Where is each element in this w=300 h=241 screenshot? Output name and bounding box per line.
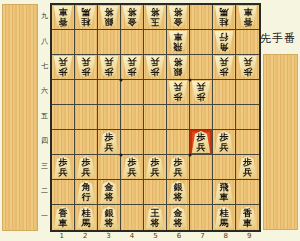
square-5七[interactable]: 歩兵 xyxy=(144,55,167,80)
rank-labels: 九八七六五四三二一 xyxy=(39,3,50,228)
piece-kanji: 歩兵 xyxy=(238,55,258,77)
square-4一[interactable] xyxy=(121,205,144,230)
square-1八[interactable] xyxy=(52,30,75,55)
square-3七[interactable]: 歩兵 xyxy=(98,55,121,80)
square-6九[interactable]: 金将 xyxy=(167,5,190,30)
square-1二[interactable] xyxy=(52,180,75,205)
piece-knight[interactable]: 桂馬 xyxy=(214,207,234,229)
file-label: 4 xyxy=(120,231,143,241)
piece-kanji: 桂馬 xyxy=(76,208,96,230)
piece-kanji: 香車 xyxy=(238,208,258,230)
star-point xyxy=(189,154,192,157)
square-5六[interactable] xyxy=(144,80,167,105)
file-label: 7 xyxy=(191,231,214,241)
piece-rook[interactable]: 飛車 xyxy=(214,181,234,203)
side-to-move-label: 先手番 xyxy=(260,31,300,46)
piece-kanji: 歩兵 xyxy=(76,157,96,179)
square-2一[interactable]: 桂馬 xyxy=(75,205,98,230)
square-7八[interactable] xyxy=(190,30,213,55)
piece-kanji: 飛車 xyxy=(168,30,188,52)
square-9四[interactable] xyxy=(236,130,259,155)
square-9八[interactable] xyxy=(236,30,259,55)
piece-kanji: 歩兵 xyxy=(99,55,119,77)
piece-knight[interactable]: 桂馬 xyxy=(214,6,234,28)
piece-knight[interactable]: 桂馬 xyxy=(76,207,96,229)
square-2二[interactable]: 角行 xyxy=(75,180,98,205)
left-piece-stand[interactable] xyxy=(2,4,38,231)
square-3九[interactable]: 銀将 xyxy=(98,5,121,30)
piece-bishop[interactable]: 角行 xyxy=(214,31,234,53)
file-label: 1 xyxy=(50,231,73,241)
square-1五[interactable] xyxy=(52,105,75,130)
piece-pawn[interactable]: 歩兵 xyxy=(99,131,119,153)
square-2三[interactable]: 歩兵 xyxy=(75,155,98,180)
file-label: 9 xyxy=(238,231,261,241)
piece-pawn[interactable]: 歩兵 xyxy=(145,56,165,78)
rank-label: 五 xyxy=(39,103,50,128)
piece-king[interactable]: 王将 xyxy=(145,207,165,229)
piece-pawn[interactable]: 歩兵 xyxy=(99,56,119,78)
square-7七[interactable] xyxy=(190,55,213,80)
piece-pawn[interactable]: 歩兵 xyxy=(214,131,234,153)
square-2八[interactable] xyxy=(75,30,98,55)
piece-kanji: 桂馬 xyxy=(214,5,234,27)
piece-kanji: 歩兵 xyxy=(168,80,188,102)
square-3三[interactable] xyxy=(98,155,121,180)
piece-pawn[interactable]: 歩兵 xyxy=(122,56,142,78)
file-label: 3 xyxy=(97,231,120,241)
square-1九[interactable]: 香車 xyxy=(52,5,75,30)
piece-kanji: 飛車 xyxy=(214,182,234,204)
piece-gold[interactable]: 金将 xyxy=(122,6,142,28)
square-8二[interactable]: 飛車 xyxy=(213,180,236,205)
shogi-app: 九八七六五四三二一 香車桂馬銀将金将玉将金将桂馬香車飛車角行歩兵歩兵歩兵歩兵歩兵… xyxy=(0,0,300,241)
square-2四[interactable] xyxy=(75,130,98,155)
square-2九[interactable]: 桂馬 xyxy=(75,5,98,30)
square-2七[interactable]: 歩兵 xyxy=(75,55,98,80)
piece-kanji: 銀将 xyxy=(168,182,188,204)
rank-label: 九 xyxy=(39,3,50,28)
square-6六[interactable]: 歩兵 xyxy=(167,80,190,105)
piece-kanji: 桂馬 xyxy=(76,5,96,27)
rank-label: 二 xyxy=(39,178,50,203)
square-6四[interactable] xyxy=(167,130,190,155)
piece-lance[interactable]: 香車 xyxy=(238,6,258,28)
piece-lance[interactable]: 香車 xyxy=(53,207,73,229)
square-9三[interactable]: 歩兵 xyxy=(236,155,259,180)
square-9五[interactable] xyxy=(236,105,259,130)
square-5八[interactable] xyxy=(144,30,167,55)
star-point xyxy=(120,79,123,82)
square-5二[interactable] xyxy=(144,180,167,205)
piece-kanji: 金将 xyxy=(99,182,119,204)
square-8一[interactable]: 桂馬 xyxy=(213,205,236,230)
piece-kanji: 王将 xyxy=(145,208,165,230)
piece-bishop[interactable]: 角行 xyxy=(76,181,96,203)
square-2五[interactable] xyxy=(75,105,98,130)
piece-silver[interactable]: 銀将 xyxy=(99,207,119,229)
square-9六[interactable] xyxy=(236,80,259,105)
file-labels: 123456789 xyxy=(50,231,261,241)
piece-kanji: 歩兵 xyxy=(122,157,142,179)
square-7一[interactable] xyxy=(190,205,213,230)
shogi-board: 香車桂馬銀将金将玉将金将桂馬香車飛車角行歩兵歩兵歩兵歩兵歩兵銀将歩兵歩兵歩兵歩兵… xyxy=(50,3,261,232)
piece-king[interactable]: 玉将 xyxy=(145,6,165,28)
piece-pawn[interactable]: 歩兵 xyxy=(191,131,211,153)
piece-kanji: 香車 xyxy=(53,208,73,230)
square-3二[interactable]: 金将 xyxy=(98,180,121,205)
piece-pawn[interactable]: 歩兵 xyxy=(238,56,258,78)
piece-kanji: 金将 xyxy=(122,5,142,27)
square-3六[interactable] xyxy=(98,80,121,105)
piece-kanji: 銀将 xyxy=(99,208,119,230)
piece-kanji: 歩兵 xyxy=(53,157,73,179)
square-8七[interactable]: 歩兵 xyxy=(213,55,236,80)
piece-rook[interactable]: 飛車 xyxy=(168,31,188,53)
piece-pawn[interactable]: 歩兵 xyxy=(122,156,142,178)
star-point xyxy=(189,79,192,82)
piece-pawn[interactable]: 歩兵 xyxy=(214,56,234,78)
square-5三[interactable]: 歩兵 xyxy=(144,155,167,180)
square-1四[interactable] xyxy=(52,130,75,155)
square-2六[interactable] xyxy=(75,80,98,105)
square-9七[interactable]: 歩兵 xyxy=(236,55,259,80)
square-7二[interactable] xyxy=(190,180,213,205)
piece-kanji: 歩兵 xyxy=(191,132,211,154)
piece-pawn[interactable]: 歩兵 xyxy=(191,81,211,103)
square-4五[interactable] xyxy=(121,105,144,130)
square-9二[interactable] xyxy=(236,180,259,205)
file-label: 5 xyxy=(144,231,167,241)
square-5九[interactable]: 玉将 xyxy=(144,5,167,30)
square-4七[interactable]: 歩兵 xyxy=(121,55,144,80)
square-6七[interactable]: 銀将 xyxy=(167,55,190,80)
piece-pawn[interactable]: 歩兵 xyxy=(76,56,96,78)
square-6一[interactable]: 金将 xyxy=(167,205,190,230)
piece-kanji: 歩兵 xyxy=(191,80,211,102)
square-7六[interactable]: 歩兵 xyxy=(190,80,213,105)
square-3八[interactable] xyxy=(98,30,121,55)
square-3五[interactable] xyxy=(98,105,121,130)
square-3四[interactable]: 歩兵 xyxy=(98,130,121,155)
piece-kanji: 金将 xyxy=(168,5,188,27)
piece-silver[interactable]: 銀将 xyxy=(99,6,119,28)
square-1六[interactable] xyxy=(52,80,75,105)
square-6五[interactable] xyxy=(167,105,190,130)
piece-pawn[interactable]: 歩兵 xyxy=(168,156,188,178)
piece-kanji: 歩兵 xyxy=(99,132,119,154)
square-5一[interactable]: 王将 xyxy=(144,205,167,230)
piece-gold[interactable]: 金将 xyxy=(168,207,188,229)
square-5四[interactable] xyxy=(144,130,167,155)
rank-label: 六 xyxy=(39,78,50,103)
piece-kanji: 歩兵 xyxy=(168,157,188,179)
rank-label: 三 xyxy=(39,153,50,178)
square-4八[interactable] xyxy=(121,30,144,55)
piece-kanji: 歩兵 xyxy=(76,55,96,77)
piece-silver[interactable]: 銀将 xyxy=(168,181,188,203)
piece-pawn[interactable]: 歩兵 xyxy=(238,156,258,178)
piece-pawn[interactable]: 歩兵 xyxy=(168,81,188,103)
piece-pawn[interactable]: 歩兵 xyxy=(53,56,73,78)
square-1三[interactable]: 歩兵 xyxy=(52,155,75,180)
square-4四[interactable] xyxy=(121,130,144,155)
piece-kanji: 歩兵 xyxy=(53,55,73,77)
piece-gold[interactable]: 金将 xyxy=(168,6,188,28)
piece-pawn[interactable]: 歩兵 xyxy=(76,156,96,178)
piece-kanji: 銀将 xyxy=(168,55,188,77)
piece-lance[interactable]: 香車 xyxy=(238,207,258,229)
square-6三[interactable]: 歩兵 xyxy=(167,155,190,180)
piece-kanji: 歩兵 xyxy=(145,55,165,77)
file-label: 8 xyxy=(214,231,237,241)
piece-silver[interactable]: 銀将 xyxy=(168,56,188,78)
square-7四[interactable]: 歩兵 xyxy=(190,130,213,155)
square-8四[interactable]: 歩兵 xyxy=(213,130,236,155)
piece-kanji: 歩兵 xyxy=(238,157,258,179)
square-4二[interactable] xyxy=(121,180,144,205)
file-label: 6 xyxy=(167,231,190,241)
rank-label: 四 xyxy=(39,128,50,153)
piece-kanji: 金将 xyxy=(168,208,188,230)
piece-kanji: 玉将 xyxy=(145,5,165,27)
file-label: 2 xyxy=(73,231,96,241)
square-1一[interactable]: 香車 xyxy=(52,205,75,230)
rank-label: 七 xyxy=(39,53,50,78)
piece-kanji: 角行 xyxy=(76,182,96,204)
piece-gold[interactable]: 金将 xyxy=(99,181,119,203)
piece-kanji: 角行 xyxy=(214,30,234,52)
square-7三[interactable] xyxy=(190,155,213,180)
square-8三[interactable] xyxy=(213,155,236,180)
square-4九[interactable]: 金将 xyxy=(121,5,144,30)
board-grid: 香車桂馬銀将金将玉将金将桂馬香車飛車角行歩兵歩兵歩兵歩兵歩兵銀将歩兵歩兵歩兵歩兵… xyxy=(52,5,259,230)
rank-label: 八 xyxy=(39,28,50,53)
square-8六[interactable] xyxy=(213,80,236,105)
square-1七[interactable]: 歩兵 xyxy=(52,55,75,80)
piece-kanji: 桂馬 xyxy=(214,208,234,230)
square-4三[interactable]: 歩兵 xyxy=(121,155,144,180)
square-5五[interactable] xyxy=(144,105,167,130)
piece-pawn[interactable]: 歩兵 xyxy=(53,156,73,178)
piece-kanji: 歩兵 xyxy=(122,55,142,77)
rank-label: 一 xyxy=(39,203,50,228)
square-7九[interactable] xyxy=(190,5,213,30)
right-piece-stand[interactable] xyxy=(263,54,298,230)
square-8九[interactable]: 桂馬 xyxy=(213,5,236,30)
square-3一[interactable]: 銀将 xyxy=(98,205,121,230)
piece-kanji: 香車 xyxy=(238,5,258,27)
piece-knight[interactable]: 桂馬 xyxy=(76,6,96,28)
piece-kanji: 香車 xyxy=(53,5,73,27)
square-6八[interactable]: 飛車 xyxy=(167,30,190,55)
piece-kanji: 歩兵 xyxy=(214,132,234,154)
star-point xyxy=(120,154,123,157)
piece-lance[interactable]: 香車 xyxy=(53,6,73,28)
piece-pawn[interactable]: 歩兵 xyxy=(145,156,165,178)
square-9九[interactable]: 香車 xyxy=(236,5,259,30)
piece-kanji: 歩兵 xyxy=(145,157,165,179)
piece-kanji: 歩兵 xyxy=(214,55,234,77)
piece-kanji: 銀将 xyxy=(99,5,119,27)
square-7五[interactable] xyxy=(190,105,213,130)
square-8八[interactable]: 角行 xyxy=(213,30,236,55)
square-8五[interactable] xyxy=(213,105,236,130)
square-4六[interactable] xyxy=(121,80,144,105)
square-9一[interactable]: 香車 xyxy=(236,205,259,230)
square-6二[interactable]: 銀将 xyxy=(167,180,190,205)
